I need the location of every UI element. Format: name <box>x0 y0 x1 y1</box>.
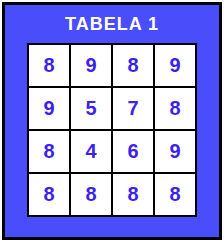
grid-cell-r0c0: 8 <box>29 45 69 86</box>
grid-cell-r2c0: 8 <box>29 131 69 172</box>
grid-cell-r3c2: 8 <box>113 174 153 215</box>
grid-cell-r1c2: 7 <box>113 88 153 129</box>
number-grid: 8 9 8 9 9 5 7 8 8 4 6 9 8 8 8 8 <box>27 43 197 217</box>
grid-cell-r0c2: 8 <box>113 45 153 86</box>
worksheet-frame: TABELA 1 8 9 8 9 9 5 7 8 8 4 6 9 8 8 8 8 <box>0 0 224 242</box>
grid-cell-r3c1: 8 <box>71 174 111 215</box>
grid-cell-r2c3: 9 <box>155 131 195 172</box>
grid-cell-r0c1: 9 <box>71 45 111 86</box>
grid-cell-r3c3: 8 <box>155 174 195 215</box>
grid-cell-r1c1: 5 <box>71 88 111 129</box>
grid-cell-r3c0: 8 <box>29 174 69 215</box>
grid-cell-r1c3: 8 <box>155 88 195 129</box>
table-title: TABELA 1 <box>65 14 159 35</box>
grid-cell-r1c0: 9 <box>29 88 69 129</box>
table-panel: TABELA 1 8 9 8 9 9 5 7 8 8 4 6 9 8 8 8 8 <box>2 2 222 240</box>
grid-cell-r0c3: 9 <box>155 45 195 86</box>
grid-cell-r2c2: 6 <box>113 131 153 172</box>
grid-cell-r2c1: 4 <box>71 131 111 172</box>
